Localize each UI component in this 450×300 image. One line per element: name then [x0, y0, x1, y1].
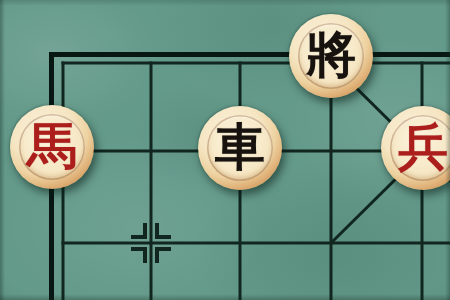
- piece-face: 車: [207, 115, 273, 181]
- xiangqi-board: 將馬車兵: [0, 0, 450, 300]
- piece-character: 兵: [398, 122, 448, 172]
- piece-face: 將: [298, 23, 364, 89]
- piece-black-chariot[interactable]: 車: [198, 106, 282, 190]
- piece-black-general[interactable]: 將: [289, 14, 373, 98]
- piece-character: 將: [306, 30, 356, 80]
- piece-character: 馬: [27, 121, 77, 171]
- piece-face: 兵: [390, 115, 450, 181]
- piece-face: 馬: [19, 114, 85, 180]
- piece-character: 車: [215, 122, 265, 172]
- piece-red-horse[interactable]: 馬: [10, 105, 94, 189]
